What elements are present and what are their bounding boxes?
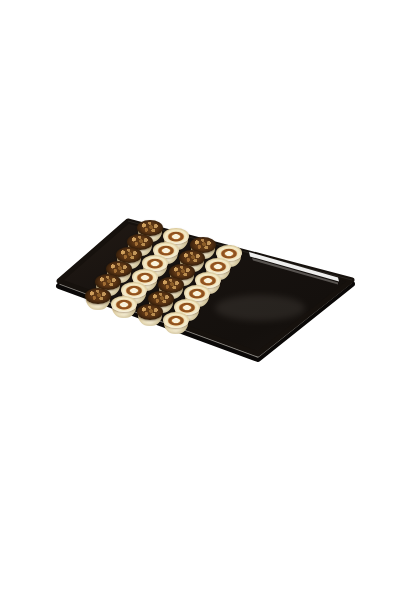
food-tray-photo (0, 0, 395, 592)
pastry-swirl (111, 296, 137, 320)
pastry-swirl (163, 312, 189, 336)
nut-topping (85, 288, 111, 304)
pastry-grid (0, 0, 395, 592)
pastry-nut (137, 304, 163, 328)
pastry-nut (85, 288, 111, 312)
chocolate-swirl-topping (111, 296, 137, 312)
